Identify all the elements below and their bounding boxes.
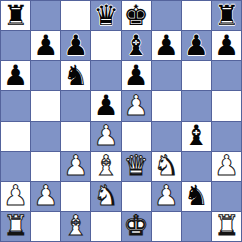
square-d3[interactable]: ♝ <box>91 152 120 181</box>
piece-white-pawn: ♟ <box>3 182 28 210</box>
square-a6[interactable]: ♟ <box>1 61 30 90</box>
square-g4[interactable]: ♝ <box>182 122 211 151</box>
square-a4[interactable] <box>1 122 30 151</box>
square-e7[interactable]: ♝ <box>122 31 151 60</box>
square-c2[interactable] <box>61 182 90 211</box>
piece-black-pawn: ♟ <box>3 62 28 90</box>
square-a7[interactable] <box>1 31 30 60</box>
piece-black-knight: ♞ <box>63 62 88 90</box>
square-d6[interactable] <box>91 61 120 90</box>
square-h4[interactable] <box>212 122 241 151</box>
square-b6[interactable] <box>31 61 60 90</box>
square-f2[interactable]: ♟ <box>152 182 181 211</box>
square-e4[interactable] <box>122 122 151 151</box>
square-g5[interactable] <box>182 91 211 120</box>
square-f6[interactable] <box>152 61 181 90</box>
piece-white-pawn: ♟ <box>93 122 118 150</box>
square-e1[interactable]: ♚ <box>122 212 151 241</box>
piece-black-pawn: ♟ <box>124 62 149 90</box>
square-g1[interactable] <box>182 212 211 241</box>
piece-white-king: ♚ <box>124 212 149 240</box>
square-e6[interactable]: ♟ <box>122 61 151 90</box>
piece-white-pawn: ♟ <box>214 152 239 180</box>
piece-white-rook: ♜ <box>214 212 239 240</box>
chess-board: ♜♛♚♜♟♟♝♟♟♟♟♞♟♟♟♟♝♟♝♛♞♟♟♟♞♟♞♜♝♚♜ <box>0 0 242 242</box>
piece-white-pawn: ♟ <box>154 182 179 210</box>
square-h5[interactable] <box>212 91 241 120</box>
square-b8[interactable] <box>31 1 60 30</box>
square-b1[interactable] <box>31 212 60 241</box>
square-d8[interactable]: ♛ <box>91 1 120 30</box>
square-f1[interactable] <box>152 212 181 241</box>
square-e8[interactable]: ♚ <box>122 1 151 30</box>
square-f5[interactable] <box>152 91 181 120</box>
piece-white-pawn: ♟ <box>124 92 149 120</box>
square-d2[interactable]: ♞ <box>91 182 120 211</box>
piece-black-pawn: ♟ <box>154 32 179 60</box>
piece-black-rook: ♜ <box>214 2 239 30</box>
square-d5[interactable]: ♟ <box>91 91 120 120</box>
piece-black-knight: ♞ <box>184 182 209 210</box>
square-h6[interactable] <box>212 61 241 90</box>
piece-white-bishop: ♝ <box>93 152 118 180</box>
square-d4[interactable]: ♟ <box>91 122 120 151</box>
square-g3[interactable] <box>182 152 211 181</box>
square-b7[interactable]: ♟ <box>31 31 60 60</box>
square-f3[interactable]: ♞ <box>152 152 181 181</box>
square-c3[interactable]: ♟ <box>61 152 90 181</box>
square-e5[interactable]: ♟ <box>122 91 151 120</box>
square-f8[interactable] <box>152 1 181 30</box>
square-c6[interactable]: ♞ <box>61 61 90 90</box>
piece-white-bishop: ♝ <box>63 212 88 240</box>
square-h1[interactable]: ♜ <box>212 212 241 241</box>
square-c4[interactable] <box>61 122 90 151</box>
square-b4[interactable] <box>31 122 60 151</box>
square-f4[interactable] <box>152 122 181 151</box>
square-a1[interactable]: ♜ <box>1 212 30 241</box>
piece-black-pawn: ♟ <box>214 32 239 60</box>
square-g7[interactable]: ♟ <box>182 31 211 60</box>
square-b3[interactable] <box>31 152 60 181</box>
piece-white-queen: ♛ <box>124 152 149 180</box>
piece-white-rook: ♜ <box>3 212 28 240</box>
square-h3[interactable]: ♟ <box>212 152 241 181</box>
piece-black-pawn: ♟ <box>184 32 209 60</box>
square-a3[interactable] <box>1 152 30 181</box>
square-a8[interactable]: ♜ <box>1 1 30 30</box>
square-a5[interactable] <box>1 91 30 120</box>
square-g2[interactable]: ♞ <box>182 182 211 211</box>
square-b2[interactable]: ♟ <box>31 182 60 211</box>
piece-white-pawn: ♟ <box>63 152 88 180</box>
piece-black-rook: ♜ <box>3 2 28 30</box>
square-g8[interactable] <box>182 1 211 30</box>
piece-white-knight: ♞ <box>154 152 179 180</box>
piece-black-queen: ♛ <box>93 2 118 30</box>
square-e3[interactable]: ♛ <box>122 152 151 181</box>
square-g6[interactable] <box>182 61 211 90</box>
square-h8[interactable]: ♜ <box>212 1 241 30</box>
piece-black-king: ♚ <box>124 2 149 30</box>
piece-black-pawn: ♟ <box>33 32 58 60</box>
square-d1[interactable] <box>91 212 120 241</box>
square-c5[interactable] <box>61 91 90 120</box>
piece-white-pawn: ♟ <box>33 182 58 210</box>
piece-black-bishop: ♝ <box>184 122 209 150</box>
square-h7[interactable]: ♟ <box>212 31 241 60</box>
square-e2[interactable] <box>122 182 151 211</box>
square-f7[interactable]: ♟ <box>152 31 181 60</box>
piece-white-knight: ♞ <box>93 182 118 210</box>
square-c7[interactable]: ♟ <box>61 31 90 60</box>
piece-black-pawn: ♟ <box>63 32 88 60</box>
square-d7[interactable] <box>91 31 120 60</box>
square-c1[interactable]: ♝ <box>61 212 90 241</box>
piece-black-pawn: ♟ <box>93 92 118 120</box>
square-a2[interactable]: ♟ <box>1 182 30 211</box>
square-c8[interactable] <box>61 1 90 30</box>
square-b5[interactable] <box>31 91 60 120</box>
square-h2[interactable] <box>212 182 241 211</box>
piece-black-bishop: ♝ <box>124 32 149 60</box>
